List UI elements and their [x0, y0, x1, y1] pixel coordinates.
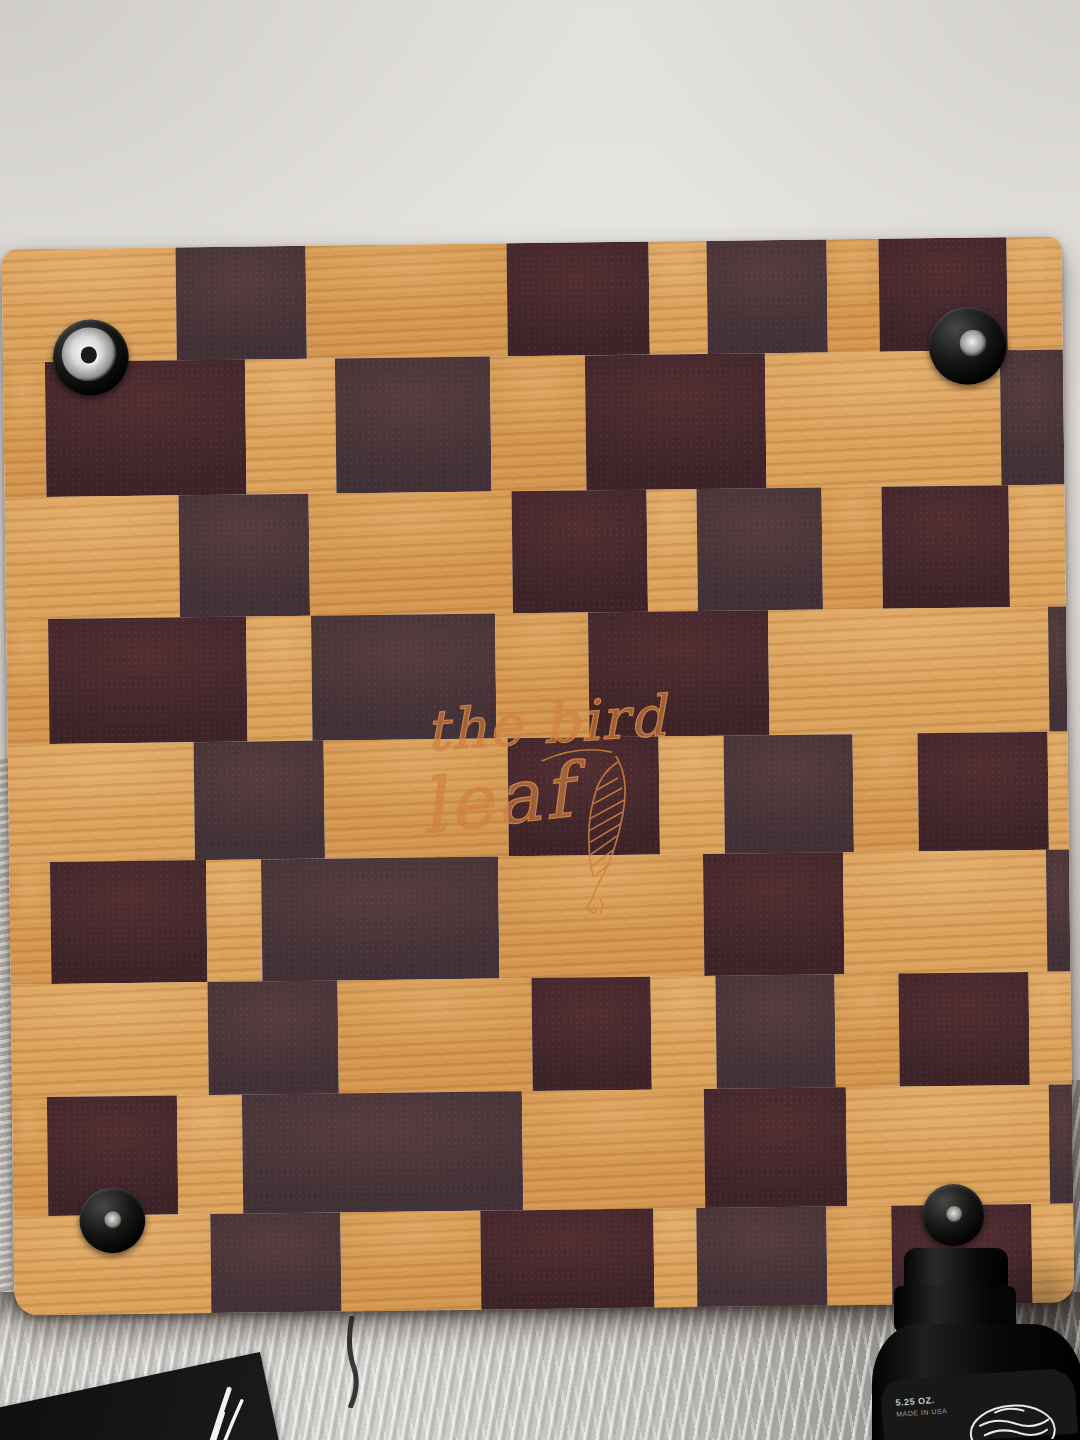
dark-wood-block	[176, 246, 307, 361]
light-wood-block	[5, 495, 180, 619]
dark-wood-block	[918, 732, 1049, 852]
light-wood-block	[834, 974, 899, 1088]
dark-wood-block	[881, 485, 1009, 609]
light-wood-block	[1047, 732, 1068, 850]
light-wood-block	[8, 742, 195, 862]
light-wood-block	[337, 978, 532, 1093]
board-row	[11, 972, 1072, 1098]
dark-wood-block	[311, 614, 497, 741]
light-wood-block	[3, 362, 47, 498]
bottle-volume-text: 5.25 OZ.	[895, 1395, 935, 1408]
light-wood-block	[826, 239, 879, 353]
black-cord	[338, 1316, 368, 1408]
board-row	[5, 485, 1066, 620]
light-wood-block	[340, 1211, 481, 1312]
dark-wood-block	[1000, 350, 1065, 486]
board-row	[6, 607, 1067, 745]
board-row	[12, 1085, 1073, 1217]
light-wood-block	[498, 854, 704, 978]
board-row	[2, 237, 1063, 363]
card-feather-logo-icon	[159, 1377, 270, 1440]
light-wood-block	[490, 355, 587, 491]
dark-wood-block	[50, 860, 207, 984]
light-wood-block	[648, 241, 707, 355]
photo-scene: the bird leaf	[0, 0, 1080, 1440]
dark-wood-block	[724, 734, 854, 854]
dark-wood-block	[261, 856, 499, 981]
dark-wood-block	[715, 974, 835, 1088]
light-wood-block	[245, 358, 337, 494]
light-wood-block	[11, 982, 209, 1097]
light-wood-block	[853, 733, 919, 852]
light-wood-block	[177, 1095, 243, 1215]
board: the bird leaf	[2, 237, 1075, 1316]
dark-wood-block	[210, 1212, 341, 1313]
dark-wood-block	[696, 1207, 827, 1308]
dark-wood-block	[531, 977, 651, 1091]
light-wood-block	[309, 491, 513, 615]
dark-wood-block	[508, 737, 660, 857]
dark-wood-block	[506, 242, 649, 357]
dark-wood-block	[179, 494, 310, 618]
light-wood-block	[1008, 485, 1065, 608]
dark-wood-block	[480, 1209, 654, 1310]
dark-wood-block	[703, 852, 844, 976]
light-wood-block	[6, 619, 50, 745]
light-wood-block	[1006, 237, 1062, 351]
dark-wood-block	[48, 617, 248, 744]
dark-wood-block	[194, 741, 325, 861]
light-wood-block	[843, 850, 1047, 974]
light-wood-block	[650, 976, 716, 1090]
dark-wood-block	[704, 1087, 847, 1208]
light-wood-block	[653, 1208, 697, 1308]
foot-screw-glint	[62, 327, 117, 382]
dark-wood-block	[588, 610, 770, 737]
dark-wood-block	[207, 980, 338, 1095]
dark-wood-block	[1046, 850, 1070, 972]
dark-wood-block	[512, 490, 648, 614]
bottle-origin-text: MADE IN USA	[896, 1407, 947, 1418]
light-wood-block	[246, 616, 313, 742]
foot-screw-glint	[946, 1206, 962, 1222]
dark-wood-block	[706, 239, 827, 353]
light-wood-block	[495, 612, 590, 738]
light-wood-block	[12, 1097, 48, 1216]
board-butter-bottle: 5.25 OZ. MADE IN USA	[872, 1248, 1080, 1440]
light-wood-block	[522, 1089, 705, 1210]
light-wood-block	[306, 243, 508, 358]
dark-wood-block	[898, 972, 1029, 1087]
light-wood-block	[768, 607, 1050, 735]
board-row	[9, 850, 1070, 985]
dark-wood-block	[1049, 1085, 1073, 1204]
dark-wood-block	[335, 357, 492, 494]
light-wood-block	[821, 487, 882, 610]
light-wood-block	[206, 859, 262, 982]
light-wood-block	[9, 862, 51, 984]
foot-screw-glint	[104, 1211, 121, 1228]
dark-wood-block	[242, 1091, 523, 1213]
board-row	[8, 732, 1069, 863]
light-wood-block	[324, 738, 509, 858]
bottle-stamp-icon	[956, 1394, 1069, 1440]
dark-wood-block	[585, 353, 767, 490]
bottle-label: 5.25 OZ. MADE IN USA	[880, 1367, 1078, 1440]
board-row	[3, 350, 1065, 498]
light-wood-block	[647, 489, 698, 612]
foot-screw-glint	[960, 330, 987, 357]
dark-wood-block	[697, 488, 823, 612]
light-wood-block	[1028, 972, 1071, 1086]
light-wood-block	[659, 736, 725, 855]
dark-wood-block	[1048, 607, 1068, 732]
